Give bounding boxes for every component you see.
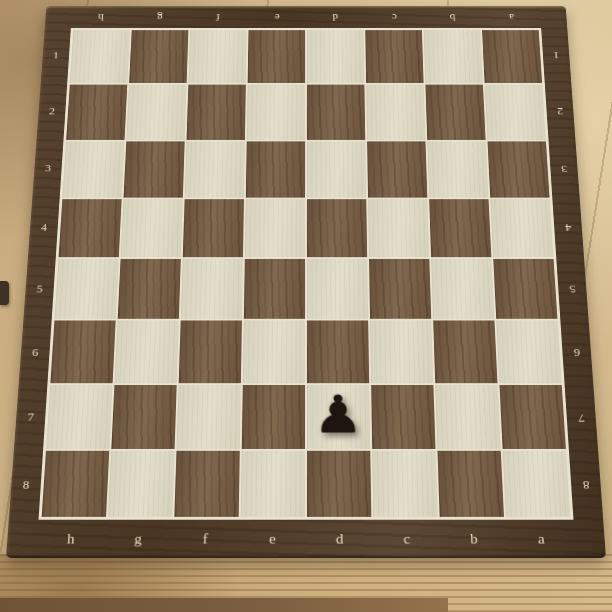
- file-label-b: b: [440, 531, 508, 547]
- file-label-h: h: [71, 11, 130, 23]
- square-b6[interactable]: [433, 321, 497, 383]
- square-h2[interactable]: [66, 85, 127, 140]
- square-a4[interactable]: [490, 199, 553, 257]
- square-e6[interactable]: [243, 321, 305, 383]
- square-a2[interactable]: [485, 85, 546, 140]
- square-g2[interactable]: [126, 85, 186, 140]
- square-h6[interactable]: [50, 321, 115, 383]
- rank-label-5: 5: [34, 258, 44, 320]
- square-b7[interactable]: [435, 385, 500, 449]
- rank-label-2: 2: [555, 83, 565, 140]
- rank-label-7: 7: [576, 385, 587, 451]
- square-c8[interactable]: [372, 451, 437, 517]
- square-f2[interactable]: [187, 85, 246, 140]
- square-h3[interactable]: [62, 141, 124, 197]
- square-e2[interactable]: [247, 85, 305, 140]
- black-pawn[interactable]: ♟: [313, 389, 364, 441]
- rank-label-6: 6: [30, 320, 41, 384]
- square-h7[interactable]: [46, 385, 112, 449]
- file-label-f: f: [189, 11, 248, 23]
- square-e3[interactable]: [246, 141, 305, 197]
- square-e8[interactable]: [241, 451, 305, 517]
- square-d6[interactable]: [307, 321, 369, 383]
- square-f7[interactable]: [177, 385, 241, 449]
- square-c3[interactable]: [367, 141, 427, 197]
- rank-label-6: 6: [571, 320, 582, 384]
- board-hinge-clasp: [0, 281, 9, 305]
- file-labels-top: hgfedcba: [71, 6, 541, 28]
- rank-label-1: 1: [51, 28, 61, 83]
- square-b2[interactable]: [425, 85, 485, 140]
- square-b4[interactable]: [429, 199, 491, 257]
- square-d5[interactable]: [307, 259, 368, 319]
- square-a6[interactable]: [496, 321, 561, 383]
- square-g7[interactable]: [111, 385, 176, 449]
- square-h8[interactable]: [42, 451, 110, 517]
- square-a7[interactable]: [499, 385, 565, 449]
- square-c2[interactable]: [366, 85, 425, 140]
- wood-floor-dark-plank: [0, 598, 448, 612]
- file-label-e: e: [239, 531, 306, 547]
- square-c1[interactable]: [365, 30, 423, 83]
- square-a1[interactable]: [482, 30, 542, 83]
- file-label-a: a: [507, 531, 575, 547]
- square-e1[interactable]: [248, 30, 305, 83]
- square-b1[interactable]: [424, 30, 483, 83]
- rank-label-8: 8: [20, 451, 31, 520]
- file-label-c: c: [365, 11, 424, 23]
- square-b8[interactable]: [437, 451, 504, 517]
- square-d2[interactable]: [307, 85, 365, 140]
- square-c5[interactable]: [369, 259, 431, 319]
- file-label-g: g: [104, 531, 172, 547]
- rank-label-5: 5: [567, 258, 577, 320]
- square-d4[interactable]: [307, 199, 367, 257]
- rank-label-4: 4: [39, 198, 49, 258]
- square-d7[interactable]: ♟: [307, 385, 370, 449]
- file-label-d: d: [306, 531, 373, 547]
- chess-board: hgfedcba 12345678 ♟ 12345678 hgfedcba: [6, 6, 606, 558]
- file-label-c: c: [373, 531, 441, 547]
- square-d8[interactable]: [307, 451, 371, 517]
- square-a8[interactable]: [503, 451, 571, 517]
- square-g1[interactable]: [129, 30, 188, 83]
- square-g6[interactable]: [115, 321, 179, 383]
- rank-label-7: 7: [25, 385, 36, 451]
- square-e4[interactable]: [245, 199, 305, 257]
- square-e5[interactable]: [244, 259, 305, 319]
- file-label-f: f: [171, 531, 239, 547]
- board-grid: ♟: [42, 30, 571, 517]
- square-f3[interactable]: [185, 141, 245, 197]
- square-f5[interactable]: [181, 259, 243, 319]
- file-label-b: b: [423, 11, 482, 23]
- square-b5[interactable]: [431, 259, 494, 319]
- file-label-h: h: [37, 531, 105, 547]
- square-f4[interactable]: [183, 199, 244, 257]
- rank-label-1: 1: [551, 28, 561, 83]
- square-h5[interactable]: [55, 259, 119, 319]
- square-a5[interactable]: [493, 259, 557, 319]
- square-g4[interactable]: [121, 199, 183, 257]
- square-h1[interactable]: [70, 30, 130, 83]
- file-label-e: e: [247, 11, 306, 23]
- square-a3[interactable]: [487, 141, 549, 197]
- square-g3[interactable]: [124, 141, 185, 197]
- rank-label-4: 4: [563, 198, 573, 258]
- square-c7[interactable]: [371, 385, 435, 449]
- square-g8[interactable]: [108, 451, 175, 517]
- square-b3[interactable]: [427, 141, 488, 197]
- square-c4[interactable]: [368, 199, 429, 257]
- square-f1[interactable]: [188, 30, 246, 83]
- square-h4[interactable]: [59, 199, 122, 257]
- square-g5[interactable]: [118, 259, 181, 319]
- rank-label-2: 2: [47, 83, 57, 140]
- file-label-a: a: [482, 11, 541, 23]
- square-f6[interactable]: [179, 321, 242, 383]
- square-e7[interactable]: [242, 385, 305, 449]
- square-d1[interactable]: [307, 30, 364, 83]
- file-label-g: g: [130, 11, 189, 23]
- square-c6[interactable]: [370, 321, 433, 383]
- file-label-d: d: [306, 11, 365, 23]
- rank-label-3: 3: [43, 139, 53, 197]
- square-f8[interactable]: [174, 451, 239, 517]
- rank-label-8: 8: [580, 451, 591, 520]
- file-labels-bottom: hgfedcba: [36, 520, 576, 558]
- board-playing-area: ♟: [39, 28, 574, 520]
- rank-label-3: 3: [559, 139, 569, 197]
- square-d3[interactable]: [307, 141, 366, 197]
